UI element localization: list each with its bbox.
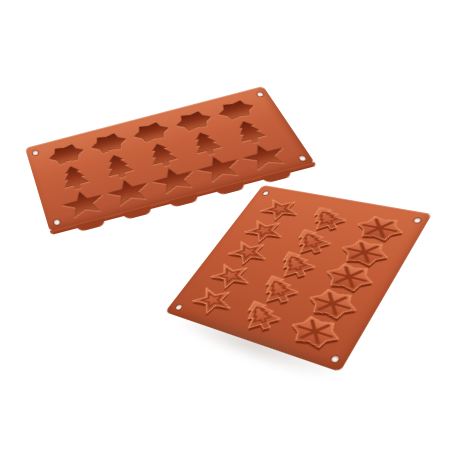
cell-underside-bump (76, 218, 107, 232)
cell-underside-bump (215, 182, 247, 196)
cell-underside-bump (261, 170, 293, 184)
cell-underside-bump (122, 206, 153, 220)
corner-hole (32, 150, 38, 155)
product-photo (0, 0, 458, 458)
corner-hole (413, 217, 421, 222)
corner-hole (53, 219, 60, 225)
corner-hole (256, 92, 263, 97)
cell-underside-bump (168, 194, 199, 208)
silicone-mold-back-side (165, 185, 432, 372)
corner-hole (297, 155, 305, 161)
